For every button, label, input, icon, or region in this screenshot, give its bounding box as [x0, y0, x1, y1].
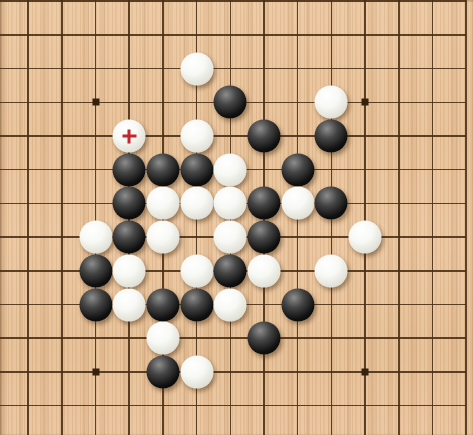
- black-stone: [248, 187, 281, 220]
- black-stone: [113, 221, 146, 254]
- black-stone: [113, 153, 146, 186]
- white-stone: [180, 120, 213, 153]
- white-stone: [180, 355, 213, 388]
- black-stone: [315, 120, 348, 153]
- grid-line-horizontal: [0, 337, 466, 339]
- white-stone: [315, 254, 348, 287]
- black-stone: [146, 355, 179, 388]
- white-stone: [281, 187, 314, 220]
- white-stone: [214, 221, 247, 254]
- black-stone: [248, 221, 281, 254]
- black-stone: [214, 254, 247, 287]
- white-stone: [214, 187, 247, 220]
- black-stone: [180, 153, 213, 186]
- grid-line-horizontal: [0, 405, 466, 407]
- white-stone: [349, 221, 382, 254]
- black-stone: [146, 153, 179, 186]
- white-stone: [146, 221, 179, 254]
- white-stone: [180, 52, 213, 85]
- white-stone: [180, 187, 213, 220]
- white-stone: [214, 288, 247, 321]
- grid-line-vertical: [27, 0, 29, 435]
- black-stone: [79, 254, 112, 287]
- black-stone: [281, 153, 314, 186]
- grid-line-horizontal: [0, 135, 466, 137]
- black-stone: [79, 288, 112, 321]
- star-point: [362, 368, 369, 375]
- black-stone: [146, 288, 179, 321]
- white-stone: [79, 221, 112, 254]
- star-point: [92, 368, 99, 375]
- black-stone: [180, 288, 213, 321]
- white-stone: [214, 153, 247, 186]
- grid-line-vertical: [465, 0, 467, 435]
- white-stone: [113, 120, 146, 153]
- grid-line-vertical: [432, 0, 434, 435]
- white-stone: [315, 86, 348, 119]
- black-stone: [248, 322, 281, 355]
- grid-line-horizontal: [0, 371, 466, 373]
- star-point: [362, 99, 369, 106]
- black-stone: [214, 86, 247, 119]
- white-stone: [113, 254, 146, 287]
- grid-line-horizontal: [0, 34, 466, 36]
- black-stone: [281, 288, 314, 321]
- gomoku-app-screenshot: [0, 0, 473, 435]
- white-stone: [180, 254, 213, 287]
- white-stone: [113, 288, 146, 321]
- white-stone: [146, 187, 179, 220]
- gomoku-board[interactable]: [0, 0, 473, 435]
- grid-line-vertical: [61, 0, 63, 435]
- black-stone: [113, 187, 146, 220]
- grid-line-horizontal: [0, 68, 466, 70]
- star-point: [92, 99, 99, 106]
- black-stone: [248, 120, 281, 153]
- white-stone: [248, 254, 281, 287]
- grid-line-horizontal: [0, 0, 466, 2]
- black-stone: [315, 187, 348, 220]
- white-stone: [146, 322, 179, 355]
- grid-line-vertical: [398, 0, 400, 435]
